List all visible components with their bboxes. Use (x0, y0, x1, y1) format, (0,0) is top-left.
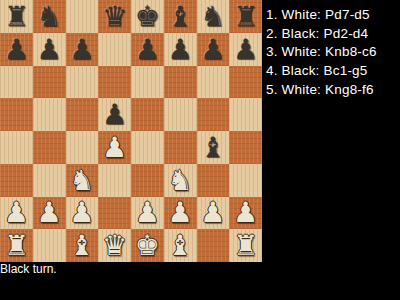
square-e1[interactable]: ♚ (131, 0, 164, 33)
piece-black-pawn[interactable]: ♟ (168, 34, 193, 66)
piece-white-queen[interactable]: ♛ (102, 230, 127, 262)
square-a1[interactable]: ♜ (0, 0, 33, 33)
square-b1[interactable]: ♞ (33, 0, 66, 33)
piece-black-pawn[interactable]: ♟ (233, 34, 258, 66)
square-a8[interactable]: ♜ (0, 229, 33, 262)
square-f6[interactable]: ♞ (164, 164, 197, 197)
square-g8[interactable] (197, 229, 230, 262)
square-c5[interactable] (66, 131, 99, 164)
status-bar: Black turn. (0, 263, 57, 276)
square-c4[interactable] (66, 98, 99, 131)
square-b8[interactable] (33, 229, 66, 262)
square-g5[interactable]: ♝ (197, 131, 230, 164)
square-h4[interactable] (229, 98, 262, 131)
piece-black-pawn[interactable]: ♟ (4, 34, 29, 66)
square-c3[interactable] (66, 66, 99, 99)
square-d8[interactable]: ♛ (98, 229, 131, 262)
piece-black-pawn[interactable]: ♟ (200, 34, 225, 66)
square-h2[interactable]: ♟ (229, 33, 262, 66)
square-d1[interactable]: ♛ (98, 0, 131, 33)
move-list-item: 1. White: Pd7-d5 (266, 6, 377, 25)
square-f3[interactable] (164, 66, 197, 99)
piece-white-pawn[interactable]: ♟ (233, 197, 258, 229)
move-list-item: 3. White: Knb8-c6 (266, 43, 377, 62)
square-g3[interactable] (197, 66, 230, 99)
square-b2[interactable]: ♟ (33, 33, 66, 66)
square-h7[interactable]: ♟ (229, 197, 262, 230)
square-b3[interactable] (33, 66, 66, 99)
square-h8[interactable]: ♜ (229, 229, 262, 262)
square-d6[interactable] (98, 164, 131, 197)
move-list-item: 4. Black: Bc1-g5 (266, 62, 377, 81)
piece-white-bishop[interactable]: ♝ (69, 230, 94, 262)
piece-white-pawn[interactable]: ♟ (135, 197, 160, 229)
square-a4[interactable] (0, 98, 33, 131)
piece-black-bishop[interactable]: ♝ (168, 1, 193, 33)
square-e4[interactable] (131, 98, 164, 131)
square-e5[interactable] (131, 131, 164, 164)
piece-white-king[interactable]: ♚ (135, 230, 160, 262)
square-f1[interactable]: ♝ (164, 0, 197, 33)
square-h5[interactable] (229, 131, 262, 164)
piece-white-pawn[interactable]: ♟ (168, 197, 193, 229)
square-a5[interactable] (0, 131, 33, 164)
piece-white-pawn[interactable]: ♟ (102, 132, 127, 164)
piece-white-pawn[interactable]: ♟ (69, 197, 94, 229)
piece-white-knight[interactable]: ♞ (69, 165, 94, 197)
square-b5[interactable] (33, 131, 66, 164)
move-list-item: 5. White: Kng8-f6 (266, 81, 377, 100)
square-e3[interactable] (131, 66, 164, 99)
piece-black-bishop[interactable]: ♝ (200, 132, 225, 164)
square-a2[interactable]: ♟ (0, 33, 33, 66)
square-d3[interactable] (98, 66, 131, 99)
square-d4[interactable]: ♟ (98, 98, 131, 131)
piece-white-bishop[interactable]: ♝ (168, 230, 193, 262)
piece-white-pawn[interactable]: ♟ (37, 197, 62, 229)
square-f4[interactable] (164, 98, 197, 131)
piece-white-pawn[interactable]: ♟ (4, 197, 29, 229)
square-h6[interactable] (229, 164, 262, 197)
square-g1[interactable]: ♞ (197, 0, 230, 33)
square-g7[interactable]: ♟ (197, 197, 230, 230)
piece-black-pawn[interactable]: ♟ (69, 34, 94, 66)
square-e8[interactable]: ♚ (131, 229, 164, 262)
piece-white-knight[interactable]: ♞ (168, 165, 193, 197)
piece-white-rook[interactable]: ♜ (4, 230, 29, 262)
piece-white-pawn[interactable]: ♟ (200, 197, 225, 229)
square-d7[interactable] (98, 197, 131, 230)
square-e2[interactable]: ♟ (131, 33, 164, 66)
square-b7[interactable]: ♟ (33, 197, 66, 230)
piece-black-king[interactable]: ♚ (135, 1, 160, 33)
piece-black-rook[interactable]: ♜ (4, 1, 29, 33)
square-d5[interactable]: ♟ (98, 131, 131, 164)
chess-app-window: ♜♞♛♚♝♞♜♟♟♟♟♟♟♟♟♟♝♞♞♟♟♟♟♟♟♟♜♝♛♚♝♜ 1. Whit… (0, 0, 400, 300)
move-list: 1. White: Pd7-d52. Black: Pd2-d43. White… (266, 6, 377, 100)
square-a7[interactable]: ♟ (0, 197, 33, 230)
piece-black-knight[interactable]: ♞ (37, 1, 62, 33)
piece-black-queen[interactable]: ♛ (102, 1, 127, 33)
square-b4[interactable] (33, 98, 66, 131)
square-c1[interactable] (66, 0, 99, 33)
move-list-item: 2. Black: Pd2-d4 (266, 25, 377, 44)
piece-white-rook[interactable]: ♜ (233, 230, 258, 262)
square-h1[interactable]: ♜ (229, 0, 262, 33)
square-c8[interactable]: ♝ (66, 229, 99, 262)
piece-black-pawn[interactable]: ♟ (135, 34, 160, 66)
piece-black-pawn[interactable]: ♟ (102, 99, 127, 131)
square-b6[interactable] (33, 164, 66, 197)
piece-black-pawn[interactable]: ♟ (37, 34, 62, 66)
piece-black-rook[interactable]: ♜ (233, 1, 258, 33)
square-e6[interactable] (131, 164, 164, 197)
square-f7[interactable]: ♟ (164, 197, 197, 230)
square-f5[interactable] (164, 131, 197, 164)
square-c2[interactable]: ♟ (66, 33, 99, 66)
square-g2[interactable]: ♟ (197, 33, 230, 66)
square-h3[interactable] (229, 66, 262, 99)
square-f2[interactable]: ♟ (164, 33, 197, 66)
square-d2[interactable] (98, 33, 131, 66)
chess-board[interactable]: ♜♞♛♚♝♞♜♟♟♟♟♟♟♟♟♟♝♞♞♟♟♟♟♟♟♟♜♝♛♚♝♜ (0, 0, 262, 262)
square-a3[interactable] (0, 66, 33, 99)
square-c6[interactable]: ♞ (66, 164, 99, 197)
piece-black-knight[interactable]: ♞ (200, 1, 225, 33)
square-g4[interactable] (197, 98, 230, 131)
square-g6[interactable] (197, 164, 230, 197)
square-f8[interactable]: ♝ (164, 229, 197, 262)
square-c7[interactable]: ♟ (66, 197, 99, 230)
square-a6[interactable] (0, 164, 33, 197)
square-e7[interactable]: ♟ (131, 197, 164, 230)
